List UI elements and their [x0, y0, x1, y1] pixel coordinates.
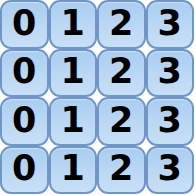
tile-r2c2[interactable]: 2: [97, 97, 146, 146]
tile-r1c1[interactable]: 1: [49, 49, 98, 98]
board: 0 1 2 3 0 1 2 3 0 1 2 3 0 1 2 3: [0, 0, 194, 194]
tile-r1c3[interactable]: 3: [146, 49, 195, 98]
tile-r0c3[interactable]: 3: [146, 0, 195, 49]
tile-r1c0[interactable]: 0: [0, 49, 49, 98]
tile-r3c2[interactable]: 2: [97, 146, 146, 195]
tile-r2c1[interactable]: 1: [49, 97, 98, 146]
tile-r0c1[interactable]: 1: [49, 0, 98, 49]
tile-r0c0[interactable]: 0: [0, 0, 49, 49]
tile-r3c0[interactable]: 0: [0, 146, 49, 195]
tile-r0c2[interactable]: 2: [97, 0, 146, 49]
tile-r3c1[interactable]: 1: [49, 146, 98, 195]
tile-r2c3[interactable]: 3: [146, 97, 195, 146]
tile-r2c0[interactable]: 0: [0, 97, 49, 146]
tile-r1c2[interactable]: 2: [97, 49, 146, 98]
tile-r3c3[interactable]: 3: [146, 146, 195, 195]
